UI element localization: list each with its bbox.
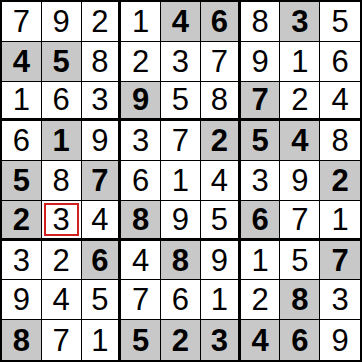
cell-value: 1 <box>53 125 70 156</box>
cell-r7c8[interactable]: 5 <box>280 241 320 281</box>
cell-r7c1[interactable]: 3 <box>2 241 42 281</box>
cell-r7c2[interactable]: 2 <box>42 241 82 281</box>
cell-value: 4 <box>331 84 348 115</box>
cell-r2c3[interactable]: 8 <box>82 42 122 82</box>
cell-value: 4 <box>251 325 268 356</box>
cell-value: 3 <box>91 84 108 115</box>
cell-value: 5 <box>132 325 149 356</box>
cell-value: 4 <box>291 125 308 156</box>
cell-r9c9[interactable]: 9 <box>320 320 360 360</box>
cell-value: 7 <box>13 6 30 37</box>
cell-r2c6[interactable]: 7 <box>201 42 241 82</box>
cell-value: 5 <box>291 245 308 276</box>
cell-r6c1[interactable]: 2 <box>2 201 42 241</box>
cell-value: 5 <box>13 165 30 196</box>
cell-r8c1[interactable]: 9 <box>2 280 42 320</box>
cell-r5c2[interactable]: 8 <box>42 161 82 201</box>
cell-r6c2[interactable]: 3 <box>42 201 82 241</box>
cell-r1c7[interactable]: 8 <box>241 2 281 42</box>
cell-value: 5 <box>331 6 348 37</box>
cell-value: 7 <box>53 325 70 356</box>
cell-r2c7[interactable]: 9 <box>241 42 281 82</box>
cell-value: 6 <box>91 245 108 276</box>
cell-r4c7[interactable]: 5 <box>241 121 281 161</box>
cell-value: 8 <box>211 84 228 115</box>
cell-r3c4[interactable]: 9 <box>121 82 161 122</box>
cell-value: 5 <box>172 84 189 115</box>
cell-r5c3[interactable]: 7 <box>82 161 122 201</box>
cell-r9c7[interactable]: 4 <box>241 320 281 360</box>
cell-r9c6[interactable]: 3 <box>201 320 241 360</box>
cell-value: 9 <box>291 165 308 196</box>
cell-r6c7[interactable]: 6 <box>241 201 281 241</box>
cell-r1c4[interactable]: 1 <box>121 2 161 42</box>
cell-r8c6[interactable]: 1 <box>201 280 241 320</box>
cell-r2c9[interactable]: 6 <box>320 42 360 82</box>
sudoku-board: 7921468354582379161639587246193725485876… <box>0 0 362 362</box>
cell-value: 3 <box>172 46 189 77</box>
cell-value: 6 <box>172 284 189 315</box>
cell-r9c3[interactable]: 1 <box>82 320 122 360</box>
cell-value: 6 <box>211 6 228 37</box>
cell-r7c4[interactable]: 4 <box>121 241 161 281</box>
cell-value: 1 <box>291 46 308 77</box>
cell-r2c2[interactable]: 5 <box>42 42 82 82</box>
cell-value: 6 <box>132 165 149 196</box>
cell-r1c2[interactable]: 9 <box>42 2 82 42</box>
cell-r8c8[interactable]: 8 <box>280 280 320 320</box>
cell-r6c9[interactable]: 1 <box>320 201 360 241</box>
cell-r8c4[interactable]: 7 <box>121 280 161 320</box>
cell-r4c6[interactable]: 2 <box>201 121 241 161</box>
cell-value: 6 <box>291 325 308 356</box>
cell-value: 5 <box>251 125 268 156</box>
cell-value: 9 <box>53 6 70 37</box>
cell-r3c1[interactable]: 1 <box>2 82 42 122</box>
cell-value: 1 <box>331 204 348 235</box>
cell-r8c9[interactable]: 3 <box>320 280 360 320</box>
cell-r8c3[interactable]: 5 <box>82 280 122 320</box>
cell-value: 1 <box>13 84 30 115</box>
cell-value: 3 <box>331 284 348 315</box>
cell-r7c3[interactable]: 6 <box>82 241 122 281</box>
cell-r3c8[interactable]: 2 <box>280 82 320 122</box>
cell-value: 3 <box>53 204 70 235</box>
cell-value: 9 <box>172 204 189 235</box>
cell-value: 6 <box>251 204 268 235</box>
cell-r4c2[interactable]: 1 <box>42 121 82 161</box>
cell-value: 5 <box>53 46 70 77</box>
cell-value: 6 <box>53 84 70 115</box>
cell-r5c6[interactable]: 4 <box>201 161 241 201</box>
cell-value: 2 <box>211 125 228 156</box>
cell-value: 8 <box>291 284 308 315</box>
cell-value: 2 <box>53 245 70 276</box>
cell-value: 2 <box>291 84 308 115</box>
cell-value: 5 <box>211 204 228 235</box>
cell-value: 9 <box>211 245 228 276</box>
cell-value: 7 <box>211 46 228 77</box>
cell-r1c8[interactable]: 3 <box>280 2 320 42</box>
cell-value: 1 <box>211 284 228 315</box>
cell-r1c1[interactable]: 7 <box>2 2 42 42</box>
cell-value: 8 <box>13 325 30 356</box>
cell-value: 2 <box>172 325 189 356</box>
cell-r6c3[interactable]: 4 <box>82 201 122 241</box>
cell-r9c4[interactable]: 5 <box>121 320 161 360</box>
cell-r2c1[interactable]: 4 <box>2 42 42 82</box>
cell-value: 9 <box>331 325 348 356</box>
cell-value: 7 <box>251 84 268 115</box>
cell-value: 5 <box>91 284 108 315</box>
cell-r7c7[interactable]: 1 <box>241 241 281 281</box>
cell-r8c7[interactable]: 2 <box>241 280 281 320</box>
cell-r2c5[interactable]: 3 <box>161 42 201 82</box>
cell-value: 4 <box>13 46 30 77</box>
cell-value: 7 <box>331 245 348 276</box>
cell-value: 2 <box>331 165 348 196</box>
cell-r1c5[interactable]: 4 <box>161 2 201 42</box>
cell-r5c4[interactable]: 6 <box>121 161 161 201</box>
cell-value: 4 <box>53 284 70 315</box>
cell-value: 9 <box>91 125 108 156</box>
cell-r5c5[interactable]: 1 <box>161 161 201 201</box>
cell-r4c4[interactable]: 3 <box>121 121 161 161</box>
cell-r2c4[interactable]: 2 <box>121 42 161 82</box>
cell-value: 6 <box>331 46 348 77</box>
cell-r6c6[interactable]: 5 <box>201 201 241 241</box>
cell-value: 2 <box>251 284 268 315</box>
cell-value: 4 <box>172 6 189 37</box>
cell-value: 8 <box>53 165 70 196</box>
cell-value: 1 <box>251 245 268 276</box>
cell-value: 1 <box>91 325 108 356</box>
cell-value: 7 <box>91 165 108 196</box>
cell-r9c2[interactable]: 7 <box>42 320 82 360</box>
cell-value: 8 <box>172 245 189 276</box>
cell-value: 2 <box>91 6 108 37</box>
cell-r4c3[interactable]: 9 <box>82 121 122 161</box>
cell-r4c5[interactable]: 7 <box>161 121 201 161</box>
cell-value: 7 <box>291 204 308 235</box>
cell-r4c9[interactable]: 8 <box>320 121 360 161</box>
cell-r9c1[interactable]: 8 <box>2 320 42 360</box>
cell-value: 7 <box>172 125 189 156</box>
cell-r3c3[interactable]: 3 <box>82 82 122 122</box>
cell-value: 8 <box>132 204 149 235</box>
cell-r4c1[interactable]: 6 <box>2 121 42 161</box>
cell-value: 3 <box>291 6 308 37</box>
cell-r2c8[interactable]: 1 <box>280 42 320 82</box>
cell-value: 2 <box>132 46 149 77</box>
cell-value: 8 <box>331 125 348 156</box>
cell-r8c2[interactable]: 4 <box>42 280 82 320</box>
cell-r3c5[interactable]: 5 <box>161 82 201 122</box>
cell-r3c7[interactable]: 7 <box>241 82 281 122</box>
cell-value: 3 <box>13 245 30 276</box>
cell-value: 4 <box>132 245 149 276</box>
cell-value: 3 <box>211 325 228 356</box>
cell-r7c6[interactable]: 9 <box>201 241 241 281</box>
cell-r1c9[interactable]: 5 <box>320 2 360 42</box>
cell-value: 3 <box>132 125 149 156</box>
cell-r8c5[interactable]: 6 <box>161 280 201 320</box>
cell-value: 1 <box>172 165 189 196</box>
cell-value: 7 <box>132 284 149 315</box>
cell-r5c1[interactable]: 5 <box>2 161 42 201</box>
cell-value: 6 <box>13 125 30 156</box>
cell-value: 8 <box>251 6 268 37</box>
cell-value: 2 <box>13 204 30 235</box>
cell-value: 1 <box>132 6 149 37</box>
cell-r6c4[interactable]: 8 <box>121 201 161 241</box>
cell-value: 8 <box>91 46 108 77</box>
cell-value: 3 <box>251 165 268 196</box>
cell-r6c5[interactable]: 9 <box>161 201 201 241</box>
cell-r5c7[interactable]: 3 <box>241 161 281 201</box>
cell-r3c9[interactable]: 4 <box>320 82 360 122</box>
cell-r3c6[interactable]: 8 <box>201 82 241 122</box>
cell-value: 4 <box>91 204 108 235</box>
cell-r4c8[interactable]: 4 <box>280 121 320 161</box>
cell-r1c3[interactable]: 2 <box>82 2 122 42</box>
cell-value: 9 <box>13 284 30 315</box>
cell-r1c6[interactable]: 6 <box>201 2 241 42</box>
cell-value: 9 <box>132 84 149 115</box>
cell-r5c9[interactable]: 2 <box>320 161 360 201</box>
cell-r6c8[interactable]: 7 <box>280 201 320 241</box>
cell-r9c8[interactable]: 6 <box>280 320 320 360</box>
cell-r7c9[interactable]: 7 <box>320 241 360 281</box>
cell-r7c5[interactable]: 8 <box>161 241 201 281</box>
cell-r3c2[interactable]: 6 <box>42 82 82 122</box>
cell-value: 4 <box>211 165 228 196</box>
cell-r9c5[interactable]: 2 <box>161 320 201 360</box>
cell-value: 9 <box>251 46 268 77</box>
cell-r5c8[interactable]: 9 <box>280 161 320 201</box>
